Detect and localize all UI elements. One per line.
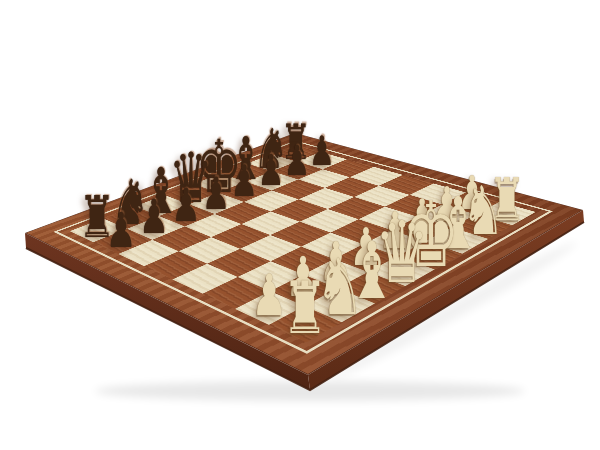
- piece-black-pawn-f7[interactable]: ♟: [258, 150, 285, 193]
- piece-black-pawn-e7[interactable]: ♟: [230, 160, 258, 204]
- piece-black-pawn-b7[interactable]: ♟: [139, 194, 169, 241]
- chess-photo-scene: ♜♞♝♛♚♝♞♜♟♟♟♟♟♟♟♟♟♟♟♟♟♟♟♟♜♞♝♛♚♝♞♜: [0, 0, 600, 450]
- piece-black-pawn-c7[interactable]: ♟: [171, 182, 200, 228]
- piece-black-pawn-h7[interactable]: ♟: [309, 131, 335, 172]
- piece-black-pawn-a7[interactable]: ♟: [106, 206, 137, 254]
- piece-white-rook-a1[interactable]: ♜: [282, 273, 328, 345]
- piece-black-pawn-g7[interactable]: ♟: [284, 140, 310, 182]
- piece-black-pawn-d7[interactable]: ♟: [202, 171, 230, 216]
